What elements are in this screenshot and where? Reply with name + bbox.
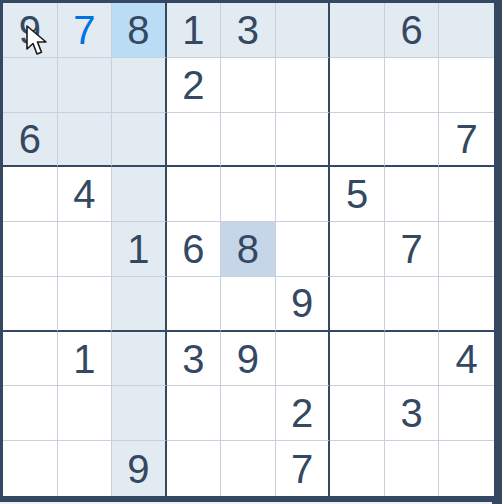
digit: 5 bbox=[346, 174, 368, 214]
digit: 1 bbox=[182, 10, 204, 50]
cell-r1c6[interactable] bbox=[276, 3, 331, 58]
cell-r5c1[interactable] bbox=[3, 222, 58, 277]
cell-r6c5[interactable] bbox=[221, 277, 276, 332]
cell-r5c2[interactable] bbox=[58, 222, 113, 277]
digit: 7 bbox=[401, 229, 423, 269]
cell-r9c4[interactable] bbox=[167, 441, 222, 496]
cell-r7c5[interactable]: 9 bbox=[221, 332, 276, 387]
digit: 7 bbox=[291, 449, 313, 489]
cell-r3c7[interactable] bbox=[330, 113, 385, 168]
cell-r5c6[interactable] bbox=[276, 222, 331, 277]
cell-r5c5[interactable]: 8 bbox=[221, 222, 276, 277]
digit: 1 bbox=[127, 229, 149, 269]
cell-r4c9[interactable] bbox=[439, 167, 494, 222]
cell-r6c7[interactable] bbox=[330, 277, 385, 332]
cell-r4c3[interactable] bbox=[112, 167, 167, 222]
digit: 2 bbox=[182, 65, 204, 105]
cell-r6c4[interactable] bbox=[167, 277, 222, 332]
cell-r6c3[interactable] bbox=[112, 277, 167, 332]
cell-r4c1[interactable] bbox=[3, 167, 58, 222]
digit: 1 bbox=[73, 339, 95, 379]
cell-r4c2[interactable]: 4 bbox=[58, 167, 113, 222]
digit: 3 bbox=[401, 393, 423, 433]
cell-r1c4[interactable]: 1 bbox=[167, 3, 222, 58]
cell-r7c9[interactable]: 4 bbox=[439, 332, 494, 387]
cell-r3c1[interactable]: 6 bbox=[3, 113, 58, 168]
cell-r1c1[interactable]: 9 bbox=[3, 3, 58, 58]
cell-r1c2[interactable]: 7 bbox=[58, 3, 113, 58]
cell-r8c5[interactable] bbox=[221, 386, 276, 441]
digit: 3 bbox=[237, 10, 259, 50]
cell-r8c2[interactable] bbox=[58, 386, 113, 441]
sudoku-board-frame: 978136267451687913942397 bbox=[0, 0, 502, 504]
digit: 4 bbox=[73, 174, 95, 214]
cell-r5c4[interactable]: 6 bbox=[167, 222, 222, 277]
digit: 9 bbox=[19, 10, 41, 50]
digit: 4 bbox=[456, 339, 478, 379]
cell-r3c9[interactable]: 7 bbox=[439, 113, 494, 168]
cell-r8c4[interactable] bbox=[167, 386, 222, 441]
cell-r4c7[interactable]: 5 bbox=[330, 167, 385, 222]
cell-r1c3[interactable]: 8 bbox=[112, 3, 167, 58]
cell-r7c3[interactable] bbox=[112, 332, 167, 387]
cell-r6c8[interactable] bbox=[385, 277, 440, 332]
cell-r1c9[interactable] bbox=[439, 3, 494, 58]
cell-r1c8[interactable]: 6 bbox=[385, 3, 440, 58]
digit: 9 bbox=[291, 283, 313, 323]
cell-r5c9[interactable] bbox=[439, 222, 494, 277]
cell-r8c8[interactable]: 3 bbox=[385, 386, 440, 441]
cell-r4c5[interactable] bbox=[221, 167, 276, 222]
cell-r2c4[interactable]: 2 bbox=[167, 58, 222, 113]
cell-r8c3[interactable] bbox=[112, 386, 167, 441]
digit: 8 bbox=[127, 10, 149, 50]
digit: 6 bbox=[19, 119, 41, 159]
cell-r7c4[interactable]: 3 bbox=[167, 332, 222, 387]
cell-r2c5[interactable] bbox=[221, 58, 276, 113]
digit: 6 bbox=[182, 229, 204, 269]
cell-r9c6[interactable]: 7 bbox=[276, 441, 331, 496]
sudoku-board: 978136267451687913942397 bbox=[3, 3, 494, 496]
cell-r7c8[interactable] bbox=[385, 332, 440, 387]
cell-r3c6[interactable] bbox=[276, 113, 331, 168]
cell-r9c5[interactable] bbox=[221, 441, 276, 496]
cell-r6c1[interactable] bbox=[3, 277, 58, 332]
cell-r8c9[interactable] bbox=[439, 386, 494, 441]
cell-r9c7[interactable] bbox=[330, 441, 385, 496]
digit: 7 bbox=[73, 10, 95, 50]
cell-r3c2[interactable] bbox=[58, 113, 113, 168]
cell-r9c3[interactable]: 9 bbox=[112, 441, 167, 496]
digit: 9 bbox=[127, 449, 149, 489]
cell-r2c8[interactable] bbox=[385, 58, 440, 113]
digit: 9 bbox=[237, 339, 259, 379]
cell-r6c2[interactable] bbox=[58, 277, 113, 332]
digit: 6 bbox=[401, 10, 423, 50]
cell-r5c3[interactable]: 1 bbox=[112, 222, 167, 277]
cell-r9c9[interactable] bbox=[439, 441, 494, 496]
cell-r7c6[interactable] bbox=[276, 332, 331, 387]
cell-r2c3[interactable] bbox=[112, 58, 167, 113]
cell-r3c5[interactable] bbox=[221, 113, 276, 168]
cell-r6c9[interactable] bbox=[439, 277, 494, 332]
cell-r4c6[interactable] bbox=[276, 167, 331, 222]
cell-r7c7[interactable] bbox=[330, 332, 385, 387]
cell-r2c9[interactable] bbox=[439, 58, 494, 113]
cell-r8c7[interactable] bbox=[330, 386, 385, 441]
digit: 2 bbox=[291, 393, 313, 433]
cell-r8c6[interactable]: 2 bbox=[276, 386, 331, 441]
cell-r2c2[interactable] bbox=[58, 58, 113, 113]
cell-r2c7[interactable] bbox=[330, 58, 385, 113]
cell-r4c4[interactable] bbox=[167, 167, 222, 222]
cell-r7c1[interactable] bbox=[3, 332, 58, 387]
cell-r2c6[interactable] bbox=[276, 58, 331, 113]
cell-r1c7[interactable] bbox=[330, 3, 385, 58]
cell-r6c6[interactable]: 9 bbox=[276, 277, 331, 332]
cell-r9c1[interactable] bbox=[3, 441, 58, 496]
cell-r7c2[interactable]: 1 bbox=[58, 332, 113, 387]
cell-r2c1[interactable] bbox=[3, 58, 58, 113]
digit: 3 bbox=[182, 339, 204, 379]
cell-r1c5[interactable]: 3 bbox=[221, 3, 276, 58]
cell-r5c8[interactable]: 7 bbox=[385, 222, 440, 277]
cell-r9c8[interactable] bbox=[385, 441, 440, 496]
digit: 7 bbox=[456, 119, 478, 159]
cell-r8c1[interactable] bbox=[3, 386, 58, 441]
cell-r3c8[interactable] bbox=[385, 113, 440, 168]
cell-r3c4[interactable] bbox=[167, 113, 222, 168]
cell-r5c7[interactable] bbox=[330, 222, 385, 277]
cell-r3c3[interactable] bbox=[112, 113, 167, 168]
digit: 8 bbox=[237, 229, 259, 269]
cell-r4c8[interactable] bbox=[385, 167, 440, 222]
cell-r9c2[interactable] bbox=[58, 441, 113, 496]
